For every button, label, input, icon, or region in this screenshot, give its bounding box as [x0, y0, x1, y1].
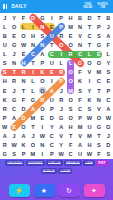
grid-cell[interactable]: D — [28, 13, 37, 22]
grid-cell[interactable]: P — [47, 150, 56, 159]
grid-cell[interactable]: O — [28, 141, 37, 150]
grid-cell[interactable]: S — [0, 68, 9, 77]
grid-cell[interactable]: P — [57, 77, 66, 86]
grid-cell[interactable]: M — [75, 123, 84, 132]
grid-cell[interactable]: L — [19, 22, 28, 31]
grid-cell[interactable]: N — [9, 59, 18, 68]
grid-cell[interactable]: C — [28, 50, 37, 59]
grid-cell[interactable]: O — [66, 40, 75, 49]
puzzle-mode-label: DAILY — [11, 4, 83, 9]
grid-cell[interactable]: S — [104, 150, 113, 159]
grid-cell[interactable]: I — [28, 22, 37, 31]
grid-cell[interactable]: T — [94, 132, 103, 141]
grid-cell[interactable]: G — [28, 95, 37, 104]
grid-cell[interactable]: J — [0, 13, 9, 22]
words-stat: WORDS 7/8 — [97, 3, 108, 10]
power-up-1-button[interactable]: ⚡ — [9, 184, 30, 197]
grid-cell[interactable]: R — [19, 68, 28, 77]
grid-cell[interactable]: S — [38, 31, 47, 40]
grid-cell[interactable]: D — [19, 113, 28, 122]
grid-cell[interactable]: L — [28, 77, 37, 86]
grid-cell[interactable]: U — [47, 59, 56, 68]
grid-cell[interactable]: O — [19, 123, 28, 132]
grid-cell[interactable]: I — [47, 77, 56, 86]
grid-cell[interactable]: P — [75, 113, 84, 122]
grid-cell[interactable]: N — [38, 141, 47, 150]
grid-cell[interactable]: P — [47, 104, 56, 113]
grid-cell[interactable]: M — [28, 150, 37, 159]
grid-cell[interactable]: A — [19, 132, 28, 141]
grid-cell[interactable]: O — [38, 77, 47, 86]
grid-cell[interactable]: T — [28, 59, 37, 68]
grid-cell[interactable]: K — [85, 95, 94, 104]
grid-cell[interactable]: A — [75, 141, 84, 150]
grid-cell[interactable]: W — [85, 113, 94, 122]
grid-cell[interactable]: R — [57, 68, 66, 77]
grid-cell[interactable]: O — [57, 40, 66, 49]
grid-cell[interactable]: T — [66, 132, 75, 141]
pause-bar — [3, 4, 5, 10]
grid-cell[interactable]: I — [38, 123, 47, 132]
grid-cell[interactable]: V — [75, 31, 84, 40]
grid-cell[interactable]: O — [9, 22, 18, 31]
grid-cell[interactable]: L — [0, 22, 9, 31]
grid-cell[interactable]: E — [104, 77, 113, 86]
grid-cell[interactable]: J — [9, 86, 18, 95]
grid-cell[interactable]: P — [104, 86, 113, 95]
grid-cell[interactable]: I — [47, 13, 56, 22]
grid-cell[interactable]: E — [9, 123, 18, 132]
grid-cell[interactable]: W — [9, 141, 18, 150]
grid-cell[interactable]: P — [94, 22, 103, 31]
grid-cell[interactable]: O — [66, 68, 75, 77]
grid-cell[interactable]: A — [47, 86, 56, 95]
grid-cell[interactable]: J — [57, 86, 66, 95]
grid-cell[interactable]: L — [66, 59, 75, 68]
grid-cell[interactable]: J — [104, 132, 113, 141]
grid-cell[interactable]: R — [57, 31, 66, 40]
grid-cell[interactable]: S — [85, 104, 94, 113]
grid-cell[interactable]: A — [38, 50, 47, 59]
grid-cell[interactable]: R — [9, 77, 18, 86]
grid-cell[interactable]: U — [47, 95, 56, 104]
word-list: GROUNDSTRIKERCIRCLEPARADELINEFISTPUNCHLO… — [0, 160, 113, 174]
found-word-chip: CIRCLE — [46, 160, 62, 166]
grid-cell[interactable]: N — [28, 40, 37, 49]
grid-cell[interactable]: A — [28, 104, 37, 113]
grid-cell[interactable]: S — [104, 68, 113, 77]
grid-cell[interactable]: E — [47, 68, 56, 77]
grid-cell[interactable]: W — [38, 132, 47, 141]
grid-cell[interactable]: Y — [104, 59, 113, 68]
grid-cell[interactable]: E — [38, 113, 47, 122]
grid-cell[interactable]: M — [85, 132, 94, 141]
grid-cell[interactable]: S — [66, 104, 75, 113]
grid-cell[interactable]: W — [0, 123, 9, 132]
grid-cell[interactable]: D — [104, 141, 113, 150]
grid-cell[interactable]: T — [9, 68, 18, 77]
pause-bar — [6, 4, 8, 10]
grid-cell[interactable]: V — [57, 132, 66, 141]
grid-cell[interactable]: V — [85, 68, 94, 77]
word-chip-row: GROUNDSTRIKERCIRCLEPARADELINEFIST — [0, 160, 113, 166]
grid-cell[interactable]: S — [0, 59, 9, 68]
grid-cell[interactable]: H — [28, 31, 37, 40]
grid-cell[interactable]: U — [85, 123, 94, 132]
grid-cell[interactable]: T — [94, 13, 103, 22]
grid-cell[interactable]: D — [47, 113, 56, 122]
grid-cell[interactable]: Y — [57, 141, 66, 150]
grid-cell[interactable]: M — [66, 86, 75, 95]
grid-cell[interactable]: T — [28, 123, 37, 132]
grid-cell[interactable]: P — [38, 59, 47, 68]
grid-cell[interactable]: C — [104, 95, 113, 104]
grid-cell[interactable]: G — [57, 113, 66, 122]
grid-cell[interactable]: E — [47, 22, 56, 31]
grid-cell[interactable]: C — [9, 104, 18, 113]
grid-cell[interactable]: G — [9, 95, 18, 104]
letter-grid: JYFDGIPHBDTBLOLINEPMNTPJBEOHSUREVCSAUGWN… — [0, 13, 113, 159]
grid-cell[interactable]: E — [9, 31, 18, 40]
grid-cell[interactable]: N — [94, 95, 103, 104]
power-up-2-icon: ★ — [41, 187, 47, 194]
grid-cell[interactable]: N — [75, 22, 84, 31]
grid-cell[interactable]: H — [66, 13, 75, 22]
grid-cell[interactable]: N — [75, 40, 84, 49]
grid-cell[interactable]: G — [94, 40, 103, 49]
grid-cell[interactable]: E — [0, 86, 9, 95]
grid-cell[interactable]: A — [9, 113, 18, 122]
grid-cell[interactable]: K — [0, 95, 9, 104]
grid-cell[interactable]: I — [57, 50, 66, 59]
active-word-chip: FIST — [96, 160, 107, 166]
grid-cell[interactable]: O — [85, 59, 94, 68]
grid-cell[interactable]: N — [19, 77, 28, 86]
grid-cell[interactable]: P — [0, 113, 9, 122]
grid-cell[interactable]: O — [94, 113, 103, 122]
power-up-1-icon: ⚡ — [15, 187, 24, 194]
grid-cell[interactable]: O — [38, 104, 47, 113]
grid-cell[interactable]: A — [57, 123, 66, 132]
found-word-chip: GROUND — [5, 160, 24, 166]
grid-cell[interactable]: O — [66, 77, 75, 86]
grid-cell[interactable]: D — [19, 104, 28, 113]
grid-cell[interactable]: V — [75, 132, 84, 141]
grid-cell[interactable]: L — [57, 59, 66, 68]
grid-cell[interactable]: I — [38, 150, 47, 159]
grid-cell[interactable]: F — [75, 95, 84, 104]
grid-cell[interactable]: O — [38, 86, 47, 95]
grid-cell[interactable]: M — [66, 22, 75, 31]
grid-cell[interactable]: E — [94, 50, 103, 59]
grid-cell[interactable]: R — [66, 50, 75, 59]
grid-cell[interactable]: F — [19, 95, 28, 104]
grid-cell[interactable]: R — [57, 95, 66, 104]
grid-cell[interactable]: G — [0, 150, 9, 159]
found-word-chip: LOOM — [58, 168, 72, 174]
grid-cell[interactable]: C — [94, 77, 103, 86]
grid-cell[interactable]: L — [0, 50, 9, 59]
grid-cell[interactable]: C — [47, 50, 56, 59]
grid-cell[interactable]: U — [0, 40, 9, 49]
grid-cell[interactable]: N — [38, 22, 47, 31]
grid-cell[interactable]: T — [85, 40, 94, 49]
grid-cell[interactable]: T — [19, 86, 28, 95]
grid-cell[interactable]: C — [75, 104, 84, 113]
word-chip-row: PUNCHLOOM — [0, 168, 113, 174]
grid-cell[interactable]: N — [38, 40, 47, 49]
grid-cell[interactable]: P — [19, 150, 28, 159]
word-search-app: DAILY TIME 05:03 WORDS 7/8 JYFDGIPHBDTBL… — [0, 0, 113, 200]
grid-cell[interactable]: O — [104, 123, 113, 132]
grid-cell[interactable]: C — [66, 150, 75, 159]
grid-cell[interactable]: C — [75, 50, 84, 59]
grid-cell[interactable]: J — [9, 50, 18, 59]
grid-cell[interactable]: M — [94, 68, 103, 77]
grid-cell[interactable]: R — [38, 95, 47, 104]
time-stat: TIME 05:03 — [84, 3, 93, 10]
grid-cell[interactable]: W — [57, 150, 66, 159]
grid-cell[interactable]: H — [85, 141, 94, 150]
grid-cell[interactable]: H — [66, 123, 75, 132]
grid-cell[interactable]: S — [9, 150, 18, 159]
grid-cell[interactable]: L — [28, 86, 37, 95]
power-up-bar: ⚡★↻✦ — [0, 181, 113, 200]
grid-cell[interactable]: J — [28, 132, 37, 141]
grid-cell[interactable]: P — [57, 22, 66, 31]
grid-cell[interactable]: C — [47, 132, 56, 141]
grid-cell[interactable]: S — [94, 31, 103, 40]
grid-cell[interactable]: H — [19, 59, 28, 68]
top-bar: DAILY TIME 05:03 WORDS 7/8 — [0, 0, 113, 13]
grid-cell[interactable]: R — [0, 141, 9, 150]
grid-cell[interactable]: A — [104, 31, 113, 40]
power-up-2-button[interactable]: ★ — [34, 184, 55, 197]
grid-cell[interactable]: F — [75, 68, 84, 77]
grid-cell[interactable]: O — [19, 31, 28, 40]
grid-cell[interactable]: O — [66, 95, 75, 104]
words-value: 7/8 — [100, 6, 105, 10]
grid-cell[interactable]: A — [0, 132, 9, 141]
grid-cell[interactable]: L — [104, 50, 113, 59]
grid-cell[interactable]: G — [38, 13, 47, 22]
grid-cell[interactable]: K — [19, 141, 28, 150]
grid-cell[interactable]: C — [47, 141, 56, 150]
grid-cell[interactable]: B — [75, 13, 84, 22]
found-word-chip: LINE — [83, 160, 95, 166]
grid-cell[interactable]: H — [0, 77, 9, 86]
found-word-chip: STRIKER — [26, 160, 45, 166]
grid-cell[interactable]: V — [94, 104, 103, 113]
grid-cell[interactable]: W — [19, 40, 28, 49]
grid-cell[interactable]: R — [0, 104, 9, 113]
grid-cell[interactable]: I — [28, 68, 37, 77]
grid-cell[interactable]: J — [57, 104, 66, 113]
grid-cell[interactable]: D — [85, 13, 94, 22]
grid-cell[interactable]: F — [19, 13, 28, 22]
grid-cell[interactable]: A — [104, 104, 113, 113]
letter-grid-board: JYFDGIPHBDTBLOLINEPMNTPJBEOHSUREVCSAUGWN… — [0, 13, 113, 159]
grid-cell[interactable]: G — [94, 123, 103, 132]
grid-cell[interactable]: Y — [9, 13, 18, 22]
pause-button[interactable] — [3, 4, 7, 10]
grid-cell[interactable]: G — [9, 40, 18, 49]
grid-cell[interactable]: S — [94, 141, 103, 150]
grid-cell[interactable]: T — [85, 22, 94, 31]
grid-cell[interactable]: E — [19, 50, 28, 59]
grid-cell[interactable]: F — [104, 40, 113, 49]
grid-cell[interactable]: U — [47, 31, 56, 40]
grid-cell[interactable]: K — [75, 77, 84, 86]
grid-cell[interactable]: B — [0, 31, 9, 40]
grid-cell[interactable]: J — [104, 22, 113, 31]
grid-cell[interactable]: L — [85, 50, 94, 59]
power-up-3-icon: ↻ — [66, 187, 72, 194]
grid-cell[interactable]: F — [66, 141, 75, 150]
found-word-chip: PUNCH — [41, 168, 57, 174]
grid-cell[interactable]: I — [85, 77, 94, 86]
grid-cell[interactable]: W — [85, 150, 94, 159]
grid-cell[interactable]: E — [66, 31, 75, 40]
power-up-3-button[interactable]: ↻ — [59, 184, 80, 197]
grid-cell[interactable]: T — [47, 40, 56, 49]
time-value: 05:03 — [84, 6, 93, 10]
grid-cell[interactable]: P — [57, 13, 66, 22]
grid-cell[interactable]: B — [104, 13, 113, 22]
grid-cell[interactable]: Y — [47, 123, 56, 132]
grid-cell[interactable]: M — [28, 113, 37, 122]
grid-cell[interactable]: T — [94, 86, 103, 95]
power-up-4-icon: ✦ — [91, 187, 97, 194]
grid-cell[interactable]: S — [75, 86, 84, 95]
grid-cell[interactable]: Y — [85, 86, 94, 95]
grid-cell[interactable]: K — [38, 68, 47, 77]
found-word-chip: PARADE — [64, 160, 82, 166]
grid-cell[interactable]: O — [94, 59, 103, 68]
grid-cell[interactable]: J — [9, 132, 18, 141]
grid-cell[interactable]: O — [66, 113, 75, 122]
grid-cell[interactable]: W — [104, 113, 113, 122]
grid-cell[interactable]: U — [75, 150, 84, 159]
grid-cell[interactable]: C — [85, 31, 94, 40]
grid-cell[interactable]: G — [75, 59, 84, 68]
power-up-4-button[interactable]: ✦ — [84, 184, 105, 197]
grid-cell[interactable]: F — [94, 150, 103, 159]
